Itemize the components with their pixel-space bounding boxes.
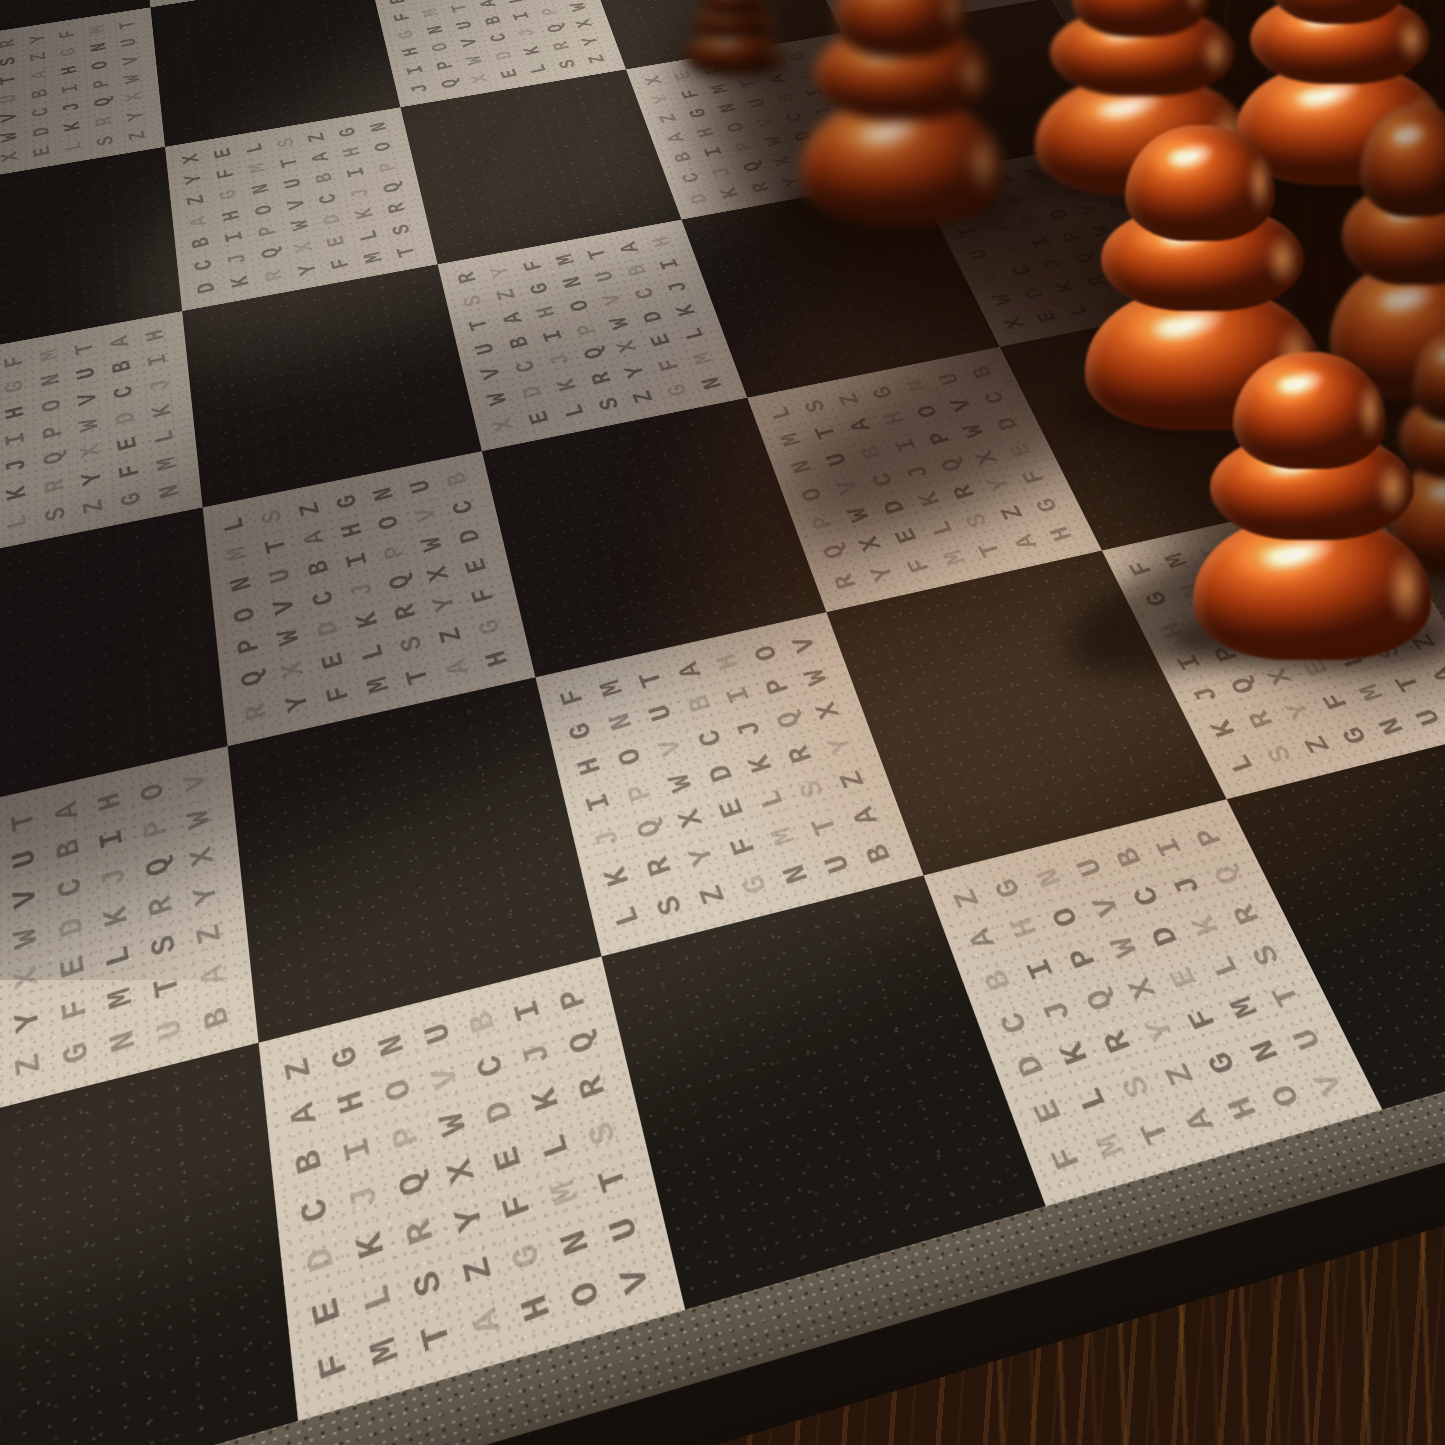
pawn-top	[1360, 105, 1445, 217]
board-photo-scene: NUBIPWDOVCJQXEPWDKRYFQXELSZGRYFMTAHSZGNU…	[0, 0, 1445, 1445]
pawn-top	[1233, 352, 1385, 469]
piece-layer	[0, 0, 1445, 1445]
wooden-pawn[interactable]	[1193, 352, 1431, 660]
pawn-top	[1125, 125, 1275, 241]
wooden-pawn[interactable]	[685, 0, 785, 75]
wooden-pawn[interactable]	[800, 0, 1005, 225]
